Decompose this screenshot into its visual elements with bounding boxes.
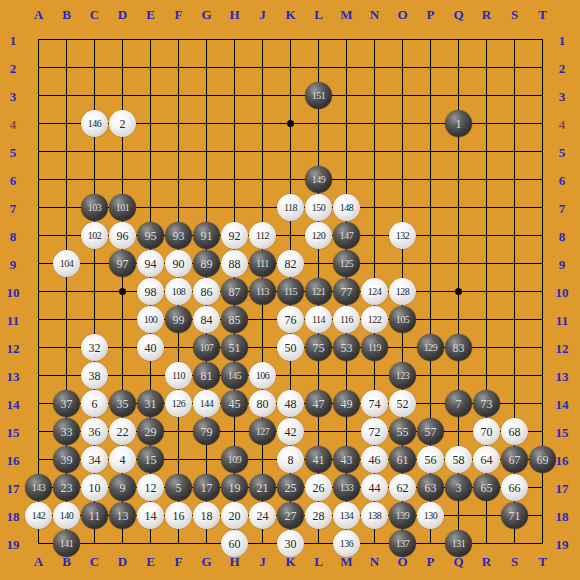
grid-line-horizontal xyxy=(38,375,543,376)
stone-s18-move-71[interactable]: 71 xyxy=(501,502,528,529)
stone-move-number: 136 xyxy=(340,538,354,550)
stone-o15-move-55[interactable]: 55 xyxy=(389,418,416,445)
row-label-left: 7 xyxy=(10,201,17,214)
stone-j10-move-113[interactable]: 113 xyxy=(249,278,276,305)
column-label-bottom: S xyxy=(511,555,518,568)
stone-move-number: 36 xyxy=(89,426,101,438)
stone-move-number: 63 xyxy=(425,482,437,494)
row-label-right: 14 xyxy=(556,397,569,410)
stone-s16-move-67[interactable]: 67 xyxy=(501,446,528,473)
stone-g10-move-86[interactable]: 86 xyxy=(193,278,220,305)
stone-move-number: 126 xyxy=(172,398,186,410)
stone-move-number: 128 xyxy=(396,286,410,298)
stone-m9-move-125[interactable]: 125 xyxy=(333,250,360,277)
stone-m14-move-49[interactable]: 49 xyxy=(333,390,360,417)
stone-move-number: 150 xyxy=(312,202,326,214)
stone-e11-move-100[interactable]: 100 xyxy=(137,306,164,333)
stone-move-number: 151 xyxy=(312,90,326,102)
stone-move-number: 67 xyxy=(509,454,521,466)
stone-move-number: 149 xyxy=(312,174,326,186)
stone-move-number: 119 xyxy=(368,342,381,354)
stone-move-number: 106 xyxy=(256,370,270,382)
stone-k15-move-42[interactable]: 42 xyxy=(277,418,304,445)
column-label-bottom: E xyxy=(146,555,155,568)
stone-move-number: 81 xyxy=(201,370,213,382)
stone-n12-move-119[interactable]: 119 xyxy=(361,334,388,361)
stone-move-number: 30 xyxy=(285,538,297,550)
stone-e16-move-15[interactable]: 15 xyxy=(137,446,164,473)
stone-b15-move-33[interactable]: 33 xyxy=(53,418,80,445)
stone-move-number: 32 xyxy=(89,342,101,354)
stone-move-number: 142 xyxy=(32,510,46,522)
stone-move-number: 127 xyxy=(256,426,270,438)
stone-g15-move-79[interactable]: 79 xyxy=(193,418,220,445)
stone-move-number: 75 xyxy=(313,342,325,354)
stone-e18-move-14[interactable]: 14 xyxy=(137,502,164,529)
star-point xyxy=(119,288,126,295)
stone-move-number: 101 xyxy=(116,202,130,214)
stone-k14-move-48[interactable]: 48 xyxy=(277,390,304,417)
stone-g17-move-17[interactable]: 17 xyxy=(193,474,220,501)
stone-j18-move-24[interactable]: 24 xyxy=(249,502,276,529)
stone-move-number: 107 xyxy=(200,342,214,354)
stone-move-number: 76 xyxy=(285,314,297,326)
stone-move-number: 79 xyxy=(201,426,213,438)
stone-move-number: 87 xyxy=(229,286,241,298)
stone-l3-move-151[interactable]: 151 xyxy=(305,82,332,109)
stone-f8-move-93[interactable]: 93 xyxy=(165,222,192,249)
stone-move-number: 20 xyxy=(229,510,241,522)
stone-j15-move-127[interactable]: 127 xyxy=(249,418,276,445)
stone-q14-move-7[interactable]: 7 xyxy=(445,390,472,417)
stone-o10-move-128[interactable]: 128 xyxy=(389,278,416,305)
stone-move-number: 71 xyxy=(509,510,521,522)
stone-o16-move-61[interactable]: 61 xyxy=(389,446,416,473)
stone-move-number: 50 xyxy=(285,342,297,354)
stone-c14-move-6[interactable]: 6 xyxy=(81,390,108,417)
stone-n15-move-72[interactable]: 72 xyxy=(361,418,388,445)
stone-n18-move-138[interactable]: 138 xyxy=(361,502,388,529)
stone-g9-move-89[interactable]: 89 xyxy=(193,250,220,277)
stone-g14-move-144[interactable]: 144 xyxy=(193,390,220,417)
stone-move-number: 86 xyxy=(201,286,213,298)
row-label-left: 2 xyxy=(10,61,17,74)
stone-l10-move-121[interactable]: 121 xyxy=(305,278,332,305)
row-label-left: 17 xyxy=(7,481,20,494)
stone-move-number: 60 xyxy=(229,538,241,550)
row-label-left: 4 xyxy=(10,117,17,130)
stone-g18-move-18[interactable]: 18 xyxy=(193,502,220,529)
column-label-top: S xyxy=(511,8,518,21)
row-label-right: 11 xyxy=(556,313,568,326)
row-label-right: 7 xyxy=(559,201,566,214)
stone-move-number: 141 xyxy=(60,538,74,550)
star-point xyxy=(455,288,462,295)
stone-h8-move-92[interactable]: 92 xyxy=(221,222,248,249)
stone-c13-move-38[interactable]: 38 xyxy=(81,362,108,389)
row-label-left: 6 xyxy=(10,173,17,186)
stone-h14-move-45[interactable]: 45 xyxy=(221,390,248,417)
stone-h18-move-20[interactable]: 20 xyxy=(221,502,248,529)
stone-move-number: 90 xyxy=(173,258,185,270)
stone-move-number: 24 xyxy=(257,510,269,522)
stone-n17-move-44[interactable]: 44 xyxy=(361,474,388,501)
stone-move-number: 56 xyxy=(425,454,437,466)
stone-move-number: 89 xyxy=(201,258,213,270)
stone-r14-move-73[interactable]: 73 xyxy=(473,390,500,417)
stone-p17-move-63[interactable]: 63 xyxy=(417,474,444,501)
stone-g13-move-81[interactable]: 81 xyxy=(193,362,220,389)
stone-c7-move-103[interactable]: 103 xyxy=(81,194,108,221)
stone-move-number: 82 xyxy=(285,258,297,270)
stone-h16-move-109[interactable]: 109 xyxy=(221,446,248,473)
stone-m7-move-148[interactable]: 148 xyxy=(333,194,360,221)
stone-g8-move-91[interactable]: 91 xyxy=(193,222,220,249)
stone-r15-move-70[interactable]: 70 xyxy=(473,418,500,445)
stone-move-number: 116 xyxy=(340,314,353,326)
stone-n11-move-122[interactable]: 122 xyxy=(361,306,388,333)
stone-o11-move-105[interactable]: 105 xyxy=(389,306,416,333)
stone-o14-move-52[interactable]: 52 xyxy=(389,390,416,417)
stone-move-number: 66 xyxy=(509,482,521,494)
stone-d14-move-35[interactable]: 35 xyxy=(109,390,136,417)
stone-move-number: 65 xyxy=(481,482,493,494)
stone-n10-move-124[interactable]: 124 xyxy=(361,278,388,305)
row-label-left: 12 xyxy=(7,341,20,354)
row-label-right: 13 xyxy=(556,369,569,382)
column-label-top: D xyxy=(118,8,127,21)
stone-q12-move-83[interactable]: 83 xyxy=(445,334,472,361)
stone-p15-move-57[interactable]: 57 xyxy=(417,418,444,445)
stone-l18-move-28[interactable]: 28 xyxy=(305,502,332,529)
stone-move-number: 45 xyxy=(229,398,241,410)
stone-o8-move-132[interactable]: 132 xyxy=(389,222,416,249)
row-label-right: 5 xyxy=(559,145,566,158)
stone-l17-move-26[interactable]: 26 xyxy=(305,474,332,501)
row-label-right: 3 xyxy=(559,89,566,102)
stone-move-number: 21 xyxy=(257,482,269,494)
column-label-bottom: T xyxy=(538,555,547,568)
stone-s15-move-68[interactable]: 68 xyxy=(501,418,528,445)
column-label-top: G xyxy=(201,8,211,21)
stone-o18-move-139[interactable]: 139 xyxy=(389,502,416,529)
stone-o19-move-137[interactable]: 137 xyxy=(389,530,416,557)
stone-move-number: 53 xyxy=(341,342,353,354)
stone-k17-move-25[interactable]: 25 xyxy=(277,474,304,501)
stone-m19-move-136[interactable]: 136 xyxy=(333,530,360,557)
stone-move-number: 99 xyxy=(173,314,185,326)
stone-f14-move-126[interactable]: 126 xyxy=(165,390,192,417)
stone-h11-move-85[interactable]: 85 xyxy=(221,306,248,333)
stone-move-number: 122 xyxy=(368,314,382,326)
stone-j13-move-106[interactable]: 106 xyxy=(249,362,276,389)
stone-q19-move-131[interactable]: 131 xyxy=(445,530,472,557)
stone-k18-move-27[interactable]: 27 xyxy=(277,502,304,529)
stone-move-number: 93 xyxy=(173,230,185,242)
stone-o13-move-123[interactable]: 123 xyxy=(389,362,416,389)
stone-m11-move-116[interactable]: 116 xyxy=(333,306,360,333)
stone-o17-move-62[interactable]: 62 xyxy=(389,474,416,501)
stone-a17-move-143[interactable]: 143 xyxy=(25,474,52,501)
row-label-left: 18 xyxy=(7,509,20,522)
stone-move-number: 15 xyxy=(145,454,157,466)
stone-move-number: 80 xyxy=(257,398,269,410)
stone-c18-move-11[interactable]: 11 xyxy=(81,502,108,529)
row-label-right: 16 xyxy=(556,453,569,466)
stone-m8-move-147[interactable]: 147 xyxy=(333,222,360,249)
stone-move-number: 85 xyxy=(229,314,241,326)
stone-move-number: 83 xyxy=(453,342,465,354)
stone-h19-move-60[interactable]: 60 xyxy=(221,530,248,557)
stone-move-number: 132 xyxy=(396,230,410,242)
stone-move-number: 39 xyxy=(61,454,73,466)
row-label-right: 10 xyxy=(556,285,569,298)
stone-move-number: 110 xyxy=(172,370,185,382)
stone-move-number: 114 xyxy=(312,314,325,326)
column-label-top: J xyxy=(259,8,266,21)
row-label-left: 3 xyxy=(10,89,17,102)
stone-b18-move-140[interactable]: 140 xyxy=(53,502,80,529)
stone-k11-move-76[interactable]: 76 xyxy=(277,306,304,333)
stone-move-number: 10 xyxy=(89,482,101,494)
stone-move-number: 26 xyxy=(313,482,325,494)
stone-c8-move-102[interactable]: 102 xyxy=(81,222,108,249)
stone-f11-move-99[interactable]: 99 xyxy=(165,306,192,333)
stone-k9-move-82[interactable]: 82 xyxy=(277,250,304,277)
stone-j8-move-112[interactable]: 112 xyxy=(249,222,276,249)
stone-l11-move-114[interactable]: 114 xyxy=(305,306,332,333)
stone-move-number: 102 xyxy=(88,230,102,242)
stone-move-number: 130 xyxy=(424,510,438,522)
stone-c4-move-146[interactable]: 146 xyxy=(81,110,108,137)
stone-d17-move-9[interactable]: 9 xyxy=(109,474,136,501)
stone-move-number: 84 xyxy=(201,314,213,326)
stone-b19-move-141[interactable]: 141 xyxy=(53,530,80,557)
stone-move-number: 37 xyxy=(61,398,73,410)
stone-f13-move-110[interactable]: 110 xyxy=(165,362,192,389)
stone-move-number: 138 xyxy=(368,510,382,522)
stone-move-number: 12 xyxy=(145,482,157,494)
stone-move-number: 5 xyxy=(176,482,182,494)
stone-h17-move-19[interactable]: 19 xyxy=(221,474,248,501)
stone-t16-move-69[interactable]: 69 xyxy=(529,446,556,473)
stone-n16-move-46[interactable]: 46 xyxy=(361,446,388,473)
stone-l8-move-120[interactable]: 120 xyxy=(305,222,332,249)
column-label-bottom: D xyxy=(118,555,127,568)
stone-b9-move-104[interactable]: 104 xyxy=(53,250,80,277)
stone-h9-move-88[interactable]: 88 xyxy=(221,250,248,277)
stone-c16-move-34[interactable]: 34 xyxy=(81,446,108,473)
row-label-left: 15 xyxy=(7,425,20,438)
stone-r16-move-64[interactable]: 64 xyxy=(473,446,500,473)
row-label-right: 8 xyxy=(559,229,566,242)
stone-move-number: 49 xyxy=(341,398,353,410)
column-label-top: T xyxy=(538,8,547,21)
stone-move-number: 147 xyxy=(340,230,354,242)
stone-p12-move-129[interactable]: 129 xyxy=(417,334,444,361)
row-label-right: 1 xyxy=(559,33,566,46)
stone-move-number: 28 xyxy=(313,510,325,522)
stone-move-number: 38 xyxy=(89,370,101,382)
stone-move-number: 18 xyxy=(201,510,213,522)
stone-e8-move-95[interactable]: 95 xyxy=(137,222,164,249)
stone-q17-move-3[interactable]: 3 xyxy=(445,474,472,501)
row-label-left: 14 xyxy=(7,397,20,410)
stone-move-number: 1 xyxy=(456,118,462,130)
column-label-bottom: L xyxy=(314,555,323,568)
stone-j17-move-21[interactable]: 21 xyxy=(249,474,276,501)
stone-h13-move-145[interactable]: 145 xyxy=(221,362,248,389)
row-label-left: 10 xyxy=(7,285,20,298)
stone-move-number: 124 xyxy=(368,286,382,298)
stone-move-number: 109 xyxy=(228,454,242,466)
stone-m17-move-133[interactable]: 133 xyxy=(333,474,360,501)
column-label-top: E xyxy=(146,8,155,21)
stone-e12-move-40[interactable]: 40 xyxy=(137,334,164,361)
column-label-bottom: G xyxy=(201,555,211,568)
stone-m18-move-134[interactable]: 134 xyxy=(333,502,360,529)
stone-k16-move-8[interactable]: 8 xyxy=(277,446,304,473)
stone-b16-move-39[interactable]: 39 xyxy=(53,446,80,473)
stone-move-number: 91 xyxy=(201,230,213,242)
column-label-top: B xyxy=(62,8,71,21)
stone-move-number: 29 xyxy=(145,426,157,438)
stone-move-number: 19 xyxy=(229,482,241,494)
stone-g11-move-84[interactable]: 84 xyxy=(193,306,220,333)
stone-f9-move-90[interactable]: 90 xyxy=(165,250,192,277)
stone-move-number: 69 xyxy=(537,454,549,466)
column-label-top: K xyxy=(285,8,295,21)
stone-c17-move-10[interactable]: 10 xyxy=(81,474,108,501)
stone-move-number: 43 xyxy=(341,454,353,466)
stone-e15-move-29[interactable]: 29 xyxy=(137,418,164,445)
row-label-right: 4 xyxy=(559,117,566,130)
stone-c15-move-36[interactable]: 36 xyxy=(81,418,108,445)
stone-j14-move-80[interactable]: 80 xyxy=(249,390,276,417)
row-label-right: 15 xyxy=(556,425,569,438)
stone-k10-move-115[interactable]: 115 xyxy=(277,278,304,305)
stone-move-number: 13 xyxy=(117,510,129,522)
stone-k12-move-50[interactable]: 50 xyxy=(277,334,304,361)
stone-s17-move-66[interactable]: 66 xyxy=(501,474,528,501)
go-board[interactable]: AABBCCDDEEFFGGHHJJKKLLMMNNOOPPQQRRSSTT11… xyxy=(0,0,580,580)
stone-move-number: 144 xyxy=(200,398,214,410)
stone-move-number: 137 xyxy=(396,538,410,550)
stone-move-number: 143 xyxy=(32,482,46,494)
stone-c12-move-32[interactable]: 32 xyxy=(81,334,108,361)
stone-e17-move-12[interactable]: 12 xyxy=(137,474,164,501)
column-label-bottom: A xyxy=(34,555,43,568)
stone-move-number: 6 xyxy=(92,398,98,410)
stone-move-number: 22 xyxy=(117,426,129,438)
column-label-top: O xyxy=(397,8,407,21)
column-label-top: R xyxy=(482,8,491,21)
stone-e10-move-98[interactable]: 98 xyxy=(137,278,164,305)
stone-f17-move-5[interactable]: 5 xyxy=(165,474,192,501)
column-label-bottom: F xyxy=(175,555,183,568)
stone-l12-move-75[interactable]: 75 xyxy=(305,334,332,361)
stone-move-number: 74 xyxy=(369,398,381,410)
stone-move-number: 57 xyxy=(425,426,437,438)
stone-l7-move-150[interactable]: 150 xyxy=(305,194,332,221)
stone-move-number: 33 xyxy=(61,426,73,438)
stone-m10-move-77[interactable]: 77 xyxy=(333,278,360,305)
stone-move-number: 7 xyxy=(456,398,462,410)
stone-n14-move-74[interactable]: 74 xyxy=(361,390,388,417)
stone-g12-move-107[interactable]: 107 xyxy=(193,334,220,361)
stone-move-number: 111 xyxy=(256,258,269,270)
stone-move-number: 123 xyxy=(396,370,410,382)
stone-d15-move-22[interactable]: 22 xyxy=(109,418,136,445)
row-label-left: 19 xyxy=(7,537,20,550)
stone-d16-move-4[interactable]: 4 xyxy=(109,446,136,473)
stone-move-number: 42 xyxy=(285,426,297,438)
stone-h10-move-87[interactable]: 87 xyxy=(221,278,248,305)
stone-move-number: 70 xyxy=(481,426,493,438)
stone-e9-move-94[interactable]: 94 xyxy=(137,250,164,277)
stone-e14-move-31[interactable]: 31 xyxy=(137,390,164,417)
stone-move-number: 134 xyxy=(340,510,354,522)
stone-a18-move-142[interactable]: 142 xyxy=(25,502,52,529)
stone-p16-move-56[interactable]: 56 xyxy=(417,446,444,473)
stone-move-number: 100 xyxy=(144,314,158,326)
column-label-bottom: R xyxy=(482,555,491,568)
stone-h12-move-51[interactable]: 51 xyxy=(221,334,248,361)
stone-l14-move-47[interactable]: 47 xyxy=(305,390,332,417)
stone-d7-move-101[interactable]: 101 xyxy=(109,194,136,221)
stone-move-number: 148 xyxy=(340,202,354,214)
row-label-right: 17 xyxy=(556,481,569,494)
stone-d8-move-96[interactable]: 96 xyxy=(109,222,136,249)
column-label-top: L xyxy=(314,8,323,21)
stone-d9-move-97[interactable]: 97 xyxy=(109,250,136,277)
row-label-right: 2 xyxy=(559,61,566,74)
stone-move-number: 46 xyxy=(369,454,381,466)
stone-move-number: 118 xyxy=(284,202,297,214)
stone-move-number: 94 xyxy=(145,258,157,270)
stone-l16-move-41[interactable]: 41 xyxy=(305,446,332,473)
stone-m12-move-53[interactable]: 53 xyxy=(333,334,360,361)
stone-move-number: 96 xyxy=(117,230,129,242)
stone-f10-move-108[interactable]: 108 xyxy=(165,278,192,305)
stone-b14-move-37[interactable]: 37 xyxy=(53,390,80,417)
stone-move-number: 72 xyxy=(369,426,381,438)
column-label-top: A xyxy=(34,8,43,21)
stone-d4-move-2[interactable]: 2 xyxy=(109,110,136,137)
stone-b17-move-23[interactable]: 23 xyxy=(53,474,80,501)
stone-move-number: 68 xyxy=(509,426,521,438)
stone-f18-move-16[interactable]: 16 xyxy=(165,502,192,529)
stone-p18-move-130[interactable]: 130 xyxy=(417,502,444,529)
stone-move-number: 40 xyxy=(145,342,157,354)
stone-m16-move-43[interactable]: 43 xyxy=(333,446,360,473)
row-label-left: 1 xyxy=(10,33,17,46)
stone-move-number: 47 xyxy=(313,398,325,410)
column-label-top: P xyxy=(427,8,435,21)
stone-k19-move-30[interactable]: 30 xyxy=(277,530,304,557)
stone-move-number: 52 xyxy=(397,398,409,410)
stone-move-number: 92 xyxy=(229,230,241,242)
stone-l6-move-149[interactable]: 149 xyxy=(305,166,332,193)
stone-d18-move-13[interactable]: 13 xyxy=(109,502,136,529)
stone-k7-move-118[interactable]: 118 xyxy=(277,194,304,221)
stone-q16-move-58[interactable]: 58 xyxy=(445,446,472,473)
stone-j9-move-111[interactable]: 111 xyxy=(249,250,276,277)
stone-move-number: 48 xyxy=(285,398,297,410)
stone-r17-move-65[interactable]: 65 xyxy=(473,474,500,501)
stone-q4-move-1[interactable]: 1 xyxy=(445,110,472,137)
column-label-top: M xyxy=(340,8,352,21)
